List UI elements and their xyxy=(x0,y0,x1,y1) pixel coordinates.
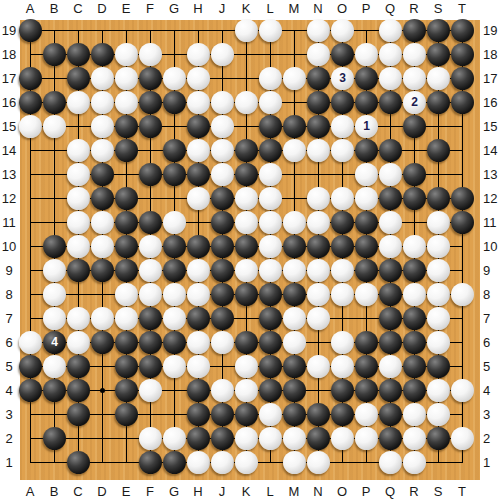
col-label-top-K: K xyxy=(242,1,251,16)
white-stone-L9[interactable] xyxy=(259,259,282,282)
black-stone-T19[interactable] xyxy=(451,19,474,42)
black-stone-R7[interactable] xyxy=(403,307,426,330)
black-stone-E9[interactable] xyxy=(115,259,138,282)
black-stone-F16[interactable] xyxy=(139,91,162,114)
black-stone-H4[interactable] xyxy=(187,379,210,402)
white-stone-S6[interactable] xyxy=(427,331,450,354)
white-stone-K12[interactable] xyxy=(235,187,258,210)
black-stone-E6[interactable] xyxy=(115,331,138,354)
white-stone-K1[interactable] xyxy=(235,451,258,474)
white-stone-E7[interactable] xyxy=(115,307,138,330)
black-stone-P5[interactable] xyxy=(355,355,378,378)
white-stone-O8[interactable] xyxy=(331,283,354,306)
white-stone-F2[interactable] xyxy=(139,427,162,450)
black-stone-C4[interactable] xyxy=(67,379,90,402)
black-stone-H7[interactable] xyxy=(187,307,210,330)
black-stone-G6[interactable] xyxy=(163,331,186,354)
black-stone-F17[interactable] xyxy=(139,67,162,90)
black-stone-G1[interactable] xyxy=(163,451,186,474)
row-label-right-12: 12 xyxy=(483,191,499,206)
black-stone-P16[interactable] xyxy=(355,91,378,114)
black-stone-R12[interactable] xyxy=(403,187,426,210)
white-stone-J14[interactable] xyxy=(211,139,234,162)
black-stone-L6[interactable] xyxy=(259,331,282,354)
white-stone-G17[interactable] xyxy=(163,67,186,90)
black-stone-A17[interactable] xyxy=(19,67,42,90)
move-4-stone-B6[interactable]: 4 xyxy=(43,331,66,354)
white-stone-H17[interactable] xyxy=(187,67,210,90)
black-stone-P17[interactable] xyxy=(355,67,378,90)
white-stone-L17[interactable] xyxy=(259,67,282,90)
white-stone-F10[interactable] xyxy=(139,235,162,258)
black-stone-B18[interactable] xyxy=(43,43,66,66)
white-stone-D16[interactable] xyxy=(91,91,114,114)
white-stone-F4[interactable] xyxy=(139,379,162,402)
black-stone-Q16[interactable] xyxy=(379,91,402,114)
white-stone-T8[interactable] xyxy=(451,283,474,306)
black-stone-T16[interactable] xyxy=(451,91,474,114)
black-stone-F15[interactable] xyxy=(139,115,162,138)
white-stone-N1[interactable] xyxy=(307,451,330,474)
white-stone-B8[interactable] xyxy=(43,283,66,306)
black-stone-B2[interactable] xyxy=(43,427,66,450)
white-stone-M14[interactable] xyxy=(283,139,306,162)
white-stone-D11[interactable] xyxy=(91,211,114,234)
white-stone-D10[interactable] xyxy=(91,235,114,258)
white-stone-G11[interactable] xyxy=(163,211,186,234)
white-stone-M7[interactable] xyxy=(283,307,306,330)
white-stone-L2[interactable] xyxy=(259,427,282,450)
white-stone-O12[interactable] xyxy=(331,187,354,210)
white-stone-K19[interactable] xyxy=(235,19,258,42)
black-stone-Q3[interactable] xyxy=(379,403,402,426)
black-stone-H10[interactable] xyxy=(187,235,210,258)
white-stone-N12[interactable] xyxy=(307,187,330,210)
white-stone-O15[interactable] xyxy=(331,115,354,138)
white-stone-H1[interactable] xyxy=(187,451,210,474)
row-label-right-3: 3 xyxy=(483,407,499,422)
black-stone-O3[interactable] xyxy=(331,403,354,426)
white-stone-R3[interactable] xyxy=(403,403,426,426)
black-stone-R15[interactable] xyxy=(403,115,426,138)
black-stone-H2[interactable] xyxy=(187,427,210,450)
black-stone-E3[interactable] xyxy=(115,403,138,426)
white-stone-Q1[interactable] xyxy=(379,451,402,474)
white-stone-O6[interactable] xyxy=(331,331,354,354)
white-stone-J15[interactable] xyxy=(211,115,234,138)
black-stone-C17[interactable] xyxy=(67,67,90,90)
white-stone-H12[interactable] xyxy=(187,187,210,210)
black-stone-A4[interactable] xyxy=(19,379,42,402)
row-label-left-11: 11 xyxy=(0,215,18,230)
black-stone-P10[interactable] xyxy=(355,235,378,258)
white-stone-T4[interactable] xyxy=(451,379,474,402)
black-stone-H3[interactable] xyxy=(187,403,210,426)
white-stone-A15[interactable] xyxy=(19,115,42,138)
row-label-right-13: 13 xyxy=(483,167,499,182)
black-stone-A5[interactable] xyxy=(19,355,42,378)
white-stone-J18[interactable] xyxy=(211,43,234,66)
white-stone-M11[interactable] xyxy=(283,211,306,234)
white-stone-R8[interactable] xyxy=(403,283,426,306)
black-stone-T11[interactable] xyxy=(451,211,474,234)
white-stone-B7[interactable] xyxy=(43,307,66,330)
white-stone-H16[interactable] xyxy=(187,91,210,114)
black-stone-Q2[interactable] xyxy=(379,427,402,450)
row-label-right-4: 4 xyxy=(483,383,499,398)
black-stone-R19[interactable] xyxy=(403,19,426,42)
black-stone-H13[interactable] xyxy=(187,163,210,186)
black-stone-Q8[interactable] xyxy=(379,283,402,306)
white-stone-K5[interactable] xyxy=(235,355,258,378)
white-stone-Q18[interactable] xyxy=(379,43,402,66)
black-stone-R5[interactable] xyxy=(403,355,426,378)
white-stone-S3[interactable] xyxy=(427,403,450,426)
white-stone-C12[interactable] xyxy=(67,187,90,210)
black-stone-A16[interactable] xyxy=(19,91,42,114)
move-3-stone-O17[interactable]: 3 xyxy=(331,67,354,90)
move-1-stone-P15[interactable]: 1 xyxy=(355,115,378,138)
white-stone-O9[interactable] xyxy=(331,259,354,282)
black-stone-Q6[interactable] xyxy=(379,331,402,354)
black-stone-M15[interactable] xyxy=(283,115,306,138)
black-stone-J8[interactable] xyxy=(211,283,234,306)
black-stone-E5[interactable] xyxy=(115,355,138,378)
black-stone-K13[interactable] xyxy=(235,163,258,186)
black-stone-H15[interactable] xyxy=(187,115,210,138)
black-stone-S16[interactable] xyxy=(427,91,450,114)
white-stone-M6[interactable] xyxy=(283,331,306,354)
white-stone-H18[interactable] xyxy=(187,43,210,66)
black-stone-C18[interactable] xyxy=(67,43,90,66)
white-stone-Q17[interactable] xyxy=(379,67,402,90)
black-stone-D18[interactable] xyxy=(91,43,114,66)
black-stone-C9[interactable] xyxy=(67,259,90,282)
white-stone-P3[interactable] xyxy=(355,403,378,426)
black-stone-J10[interactable] xyxy=(211,235,234,258)
black-stone-G10[interactable] xyxy=(163,235,186,258)
white-stone-O5[interactable] xyxy=(331,355,354,378)
white-stone-H6[interactable] xyxy=(187,331,210,354)
black-stone-E11[interactable] xyxy=(115,211,138,234)
white-stone-E18[interactable] xyxy=(115,43,138,66)
black-stone-F5[interactable] xyxy=(139,355,162,378)
white-stone-L16[interactable] xyxy=(259,91,282,114)
black-stone-L15[interactable] xyxy=(259,115,282,138)
black-stone-S14[interactable] xyxy=(427,139,450,162)
white-stone-Q19[interactable] xyxy=(379,19,402,42)
row-label-left-10: 10 xyxy=(0,239,18,254)
row-label-left-7: 7 xyxy=(0,311,18,326)
white-stone-N11[interactable] xyxy=(307,211,330,234)
white-stone-E8[interactable] xyxy=(115,283,138,306)
white-stone-C11[interactable] xyxy=(67,211,90,234)
black-stone-O18[interactable] xyxy=(331,43,354,66)
white-stone-N7[interactable] xyxy=(307,307,330,330)
black-stone-P4[interactable] xyxy=(355,379,378,402)
black-stone-T17[interactable] xyxy=(451,67,474,90)
black-stone-J9[interactable] xyxy=(211,259,234,282)
white-stone-J13[interactable] xyxy=(211,163,234,186)
white-stone-P18[interactable] xyxy=(355,43,378,66)
white-stone-G8[interactable] xyxy=(163,283,186,306)
black-stone-L8[interactable] xyxy=(259,283,282,306)
row-label-left-4: 4 xyxy=(0,383,18,398)
white-stone-P12[interactable] xyxy=(355,187,378,210)
black-stone-S19[interactable] xyxy=(427,19,450,42)
black-stone-Q4[interactable] xyxy=(379,379,402,402)
black-stone-E15[interactable] xyxy=(115,115,138,138)
black-stone-L4[interactable] xyxy=(259,379,282,402)
black-stone-K14[interactable] xyxy=(235,139,258,162)
black-stone-Q9[interactable] xyxy=(379,259,402,282)
white-stone-L10[interactable] xyxy=(259,235,282,258)
white-stone-K9[interactable] xyxy=(235,259,258,282)
black-stone-J11[interactable] xyxy=(211,211,234,234)
white-stone-S17[interactable] xyxy=(427,67,450,90)
col-label-top-N: N xyxy=(313,1,322,16)
black-stone-S2[interactable] xyxy=(427,427,450,450)
row-label-left-2: 2 xyxy=(0,431,18,446)
black-stone-T12[interactable] xyxy=(451,187,474,210)
black-stone-B16[interactable] xyxy=(43,91,66,114)
black-stone-R13[interactable] xyxy=(403,163,426,186)
white-stone-R18[interactable] xyxy=(403,43,426,66)
black-stone-P14[interactable] xyxy=(355,139,378,162)
white-stone-T2[interactable] xyxy=(451,427,474,450)
white-stone-F9[interactable] xyxy=(139,259,162,282)
white-stone-J16[interactable] xyxy=(211,91,234,114)
col-label-bottom-G: G xyxy=(169,484,179,499)
white-stone-E16[interactable] xyxy=(115,91,138,114)
black-stone-T18[interactable] xyxy=(451,43,474,66)
white-stone-B9[interactable] xyxy=(43,259,66,282)
white-stone-S9[interactable] xyxy=(427,259,450,282)
white-stone-K4[interactable] xyxy=(235,379,258,402)
black-stone-Q14[interactable] xyxy=(379,139,402,162)
white-stone-Q10[interactable] xyxy=(379,235,402,258)
black-stone-N2[interactable] xyxy=(307,427,330,450)
white-stone-M9[interactable] xyxy=(283,259,306,282)
white-stone-C13[interactable] xyxy=(67,163,90,186)
white-stone-C7[interactable] xyxy=(67,307,90,330)
black-stone-M3[interactable] xyxy=(283,403,306,426)
black-stone-E10[interactable] xyxy=(115,235,138,258)
white-stone-A6[interactable] xyxy=(19,331,42,354)
black-stone-M5[interactable] xyxy=(283,355,306,378)
white-stone-K16[interactable] xyxy=(235,91,258,114)
white-stone-N9[interactable] xyxy=(307,259,330,282)
white-stone-N19[interactable] xyxy=(307,19,330,42)
black-stone-F7[interactable] xyxy=(139,307,162,330)
white-stone-N14[interactable] xyxy=(307,139,330,162)
black-stone-O10[interactable] xyxy=(331,235,354,258)
black-stone-J3[interactable] xyxy=(211,403,234,426)
white-stone-D7[interactable] xyxy=(91,307,114,330)
white-stone-K2[interactable] xyxy=(235,427,258,450)
black-stone-C3[interactable] xyxy=(67,403,90,426)
white-stone-O14[interactable] xyxy=(331,139,354,162)
white-stone-B5[interactable] xyxy=(43,355,66,378)
white-stone-P2[interactable] xyxy=(355,427,378,450)
black-stone-P11[interactable] xyxy=(355,211,378,234)
white-stone-L13[interactable] xyxy=(259,163,282,186)
white-stone-D17[interactable] xyxy=(91,67,114,90)
col-label-bottom-M: M xyxy=(289,484,300,499)
black-stone-N16[interactable] xyxy=(307,91,330,114)
white-stone-G2[interactable] xyxy=(163,427,186,450)
white-stone-F8[interactable] xyxy=(139,283,162,306)
row-label-right-15: 15 xyxy=(483,119,499,134)
black-stone-K10[interactable] xyxy=(235,235,258,258)
stones-layer: 3214 xyxy=(20,20,480,480)
row-label-left-15: 15 xyxy=(0,119,18,134)
white-stone-O19[interactable] xyxy=(331,19,354,42)
row-label-right-6: 6 xyxy=(483,335,499,350)
black-stone-C5[interactable] xyxy=(67,355,90,378)
white-stone-M1[interactable] xyxy=(283,451,306,474)
white-stone-Q13[interactable] xyxy=(379,163,402,186)
black-stone-O16[interactable] xyxy=(331,91,354,114)
white-stone-B15[interactable] xyxy=(43,115,66,138)
black-stone-O11[interactable] xyxy=(331,211,354,234)
white-stone-S7[interactable] xyxy=(427,307,450,330)
black-stone-F11[interactable] xyxy=(139,211,162,234)
white-stone-J4[interactable] xyxy=(211,379,234,402)
white-stone-S10[interactable] xyxy=(427,235,450,258)
black-stone-E4[interactable] xyxy=(115,379,138,402)
black-stone-G14[interactable] xyxy=(163,139,186,162)
black-stone-J7[interactable] xyxy=(211,307,234,330)
black-stone-M10[interactable] xyxy=(283,235,306,258)
white-stone-Q11[interactable] xyxy=(379,211,402,234)
white-stone-C10[interactable] xyxy=(67,235,90,258)
black-stone-G13[interactable] xyxy=(163,163,186,186)
black-stone-S12[interactable] xyxy=(427,187,450,210)
black-stone-M8[interactable] xyxy=(283,283,306,306)
black-stone-D6[interactable] xyxy=(91,331,114,354)
black-stone-N10[interactable] xyxy=(307,235,330,258)
white-stone-S4[interactable] xyxy=(427,379,450,402)
white-stone-R2[interactable] xyxy=(403,427,426,450)
white-stone-H9[interactable] xyxy=(187,259,210,282)
black-stone-K3[interactable] xyxy=(235,403,258,426)
black-stone-K6[interactable] xyxy=(235,331,258,354)
black-stone-R4[interactable] xyxy=(403,379,426,402)
white-stone-L11[interactable] xyxy=(259,211,282,234)
white-stone-G7[interactable] xyxy=(163,307,186,330)
white-stone-R1[interactable] xyxy=(403,451,426,474)
white-stone-H8[interactable] xyxy=(187,283,210,306)
black-stone-P9[interactable] xyxy=(355,259,378,282)
white-stone-F18[interactable] xyxy=(139,43,162,66)
black-stone-J12[interactable] xyxy=(211,187,234,210)
row-label-right-2: 2 xyxy=(483,431,499,446)
row-label-left-3: 3 xyxy=(0,407,18,422)
white-stone-K11[interactable] xyxy=(235,211,258,234)
black-stone-N3[interactable] xyxy=(307,403,330,426)
black-stone-A19[interactable] xyxy=(19,19,42,42)
black-stone-N15[interactable] xyxy=(307,115,330,138)
black-stone-B10[interactable] xyxy=(43,235,66,258)
black-stone-S18[interactable] xyxy=(427,43,450,66)
white-stone-C14[interactable] xyxy=(67,139,90,162)
white-stone-S8[interactable] xyxy=(427,283,450,306)
white-stone-O2[interactable] xyxy=(331,427,354,450)
white-stone-G5[interactable] xyxy=(163,355,186,378)
white-stone-J1[interactable] xyxy=(211,451,234,474)
white-stone-D15[interactable] xyxy=(91,115,114,138)
black-stone-S5[interactable] xyxy=(427,355,450,378)
white-stone-N8[interactable] xyxy=(307,283,330,306)
go-board[interactable]: 3214 xyxy=(20,20,480,480)
white-stone-R17[interactable] xyxy=(403,67,426,90)
black-stone-R6[interactable] xyxy=(403,331,426,354)
black-stone-O4[interactable] xyxy=(331,379,354,402)
black-stone-R9[interactable] xyxy=(403,259,426,282)
col-label-top-A: A xyxy=(26,1,35,16)
black-stone-Q7[interactable] xyxy=(379,307,402,330)
white-stone-N18[interactable] xyxy=(307,43,330,66)
black-stone-G16[interactable] xyxy=(163,91,186,114)
black-stone-F13[interactable] xyxy=(139,163,162,186)
black-stone-L7[interactable] xyxy=(259,307,282,330)
white-stone-R10[interactable] xyxy=(403,235,426,258)
black-stone-D9[interactable] xyxy=(91,259,114,282)
black-stone-E12[interactable] xyxy=(115,187,138,210)
row-label-left-16: 16 xyxy=(0,95,18,110)
row-label-right-18: 18 xyxy=(483,47,499,62)
white-stone-J6[interactable] xyxy=(211,331,234,354)
white-stone-S11[interactable] xyxy=(427,211,450,234)
black-stone-L5[interactable] xyxy=(259,355,282,378)
white-stone-L19[interactable] xyxy=(259,19,282,42)
white-stone-D14[interactable] xyxy=(91,139,114,162)
black-stone-E14[interactable] xyxy=(115,139,138,162)
white-stone-N5[interactable] xyxy=(307,355,330,378)
black-stone-F1[interactable] xyxy=(139,451,162,474)
black-stone-J2[interactable] xyxy=(211,427,234,450)
black-stone-D13[interactable] xyxy=(91,163,114,186)
white-stone-C16[interactable] xyxy=(67,91,90,114)
white-stone-C6[interactable] xyxy=(67,331,90,354)
white-stone-P8[interactable] xyxy=(355,283,378,306)
black-stone-P6[interactable] xyxy=(355,331,378,354)
black-stone-G9[interactable] xyxy=(163,259,186,282)
black-stone-L14[interactable] xyxy=(259,139,282,162)
move-2-stone-R16[interactable]: 2 xyxy=(403,91,426,114)
black-stone-K8[interactable] xyxy=(235,283,258,306)
white-stone-P13[interactable] xyxy=(355,163,378,186)
black-stone-M4[interactable] xyxy=(283,379,306,402)
white-stone-Q5[interactable] xyxy=(379,355,402,378)
black-stone-D12[interactable] xyxy=(91,187,114,210)
white-stone-H14[interactable] xyxy=(187,139,210,162)
black-stone-F6[interactable] xyxy=(139,331,162,354)
black-stone-B4[interactable] xyxy=(43,379,66,402)
row-label-right-11: 11 xyxy=(483,215,499,230)
black-stone-Q12[interactable] xyxy=(379,187,402,210)
white-stone-H5[interactable] xyxy=(187,355,210,378)
white-stone-L12[interactable] xyxy=(259,187,282,210)
black-stone-C1[interactable] xyxy=(67,451,90,474)
white-stone-M2[interactable] xyxy=(283,427,306,450)
go-diagram-page: 3214 AABBCCDDEEFFGGHHJJKKLLMMNNOOPPQQRRS… xyxy=(0,0,500,500)
white-stone-M17[interactable] xyxy=(283,67,306,90)
white-stone-L3[interactable] xyxy=(259,403,282,426)
black-stone-N17[interactable] xyxy=(307,67,330,90)
white-stone-E17[interactable] xyxy=(115,67,138,90)
